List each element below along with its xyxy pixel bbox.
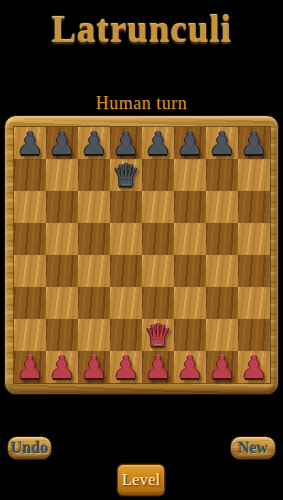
board-cell[interactable] (174, 319, 206, 351)
board-cell[interactable]: ♟ (174, 351, 206, 383)
black-soldier[interactable]: ♟ (208, 127, 236, 159)
board-cell[interactable] (174, 159, 206, 191)
red-soldier[interactable]: ♟ (208, 351, 236, 383)
board-cell[interactable] (142, 159, 174, 191)
board-cell[interactable] (174, 287, 206, 319)
board-cell[interactable] (174, 191, 206, 223)
red-soldier[interactable]: ♟ (240, 351, 268, 383)
board-cell[interactable]: ♟ (142, 127, 174, 159)
board-cell[interactable] (14, 287, 46, 319)
black-soldier[interactable]: ♟ (80, 127, 108, 159)
board-cell[interactable]: ♟ (78, 351, 110, 383)
black-dux[interactable]: ♛ (112, 159, 140, 191)
undo-button[interactable]: Undo (7, 436, 52, 460)
board-cell[interactable]: ♛ (110, 159, 142, 191)
board-cell[interactable]: ♟ (238, 127, 270, 159)
board-cell[interactable] (238, 255, 270, 287)
board-cell[interactable] (46, 223, 78, 255)
board-cell[interactable]: ♟ (14, 127, 46, 159)
board-cell[interactable] (142, 223, 174, 255)
game-board[interactable]: ♟♟♟♟♟♟♟♟♛♛♟♟♟♟♟♟♟♟ (14, 127, 270, 383)
red-soldier[interactable]: ♟ (112, 351, 140, 383)
board-cell[interactable] (46, 287, 78, 319)
board-cell[interactable] (206, 255, 238, 287)
board-cell[interactable]: ♟ (46, 127, 78, 159)
board-cell[interactable] (174, 223, 206, 255)
black-soldier[interactable]: ♟ (144, 127, 172, 159)
board-cell[interactable] (110, 223, 142, 255)
level-button[interactable]: Level (117, 464, 165, 496)
board-cell[interactable] (14, 319, 46, 351)
board-cell[interactable]: ♟ (110, 127, 142, 159)
board-cell[interactable] (238, 223, 270, 255)
board-frame: ♟♟♟♟♟♟♟♟♛♛♟♟♟♟♟♟♟♟ (4, 115, 279, 395)
board-cell[interactable] (78, 255, 110, 287)
board-cell[interactable] (110, 287, 142, 319)
board-cell[interactable]: ♟ (142, 351, 174, 383)
board-cell[interactable]: ♟ (110, 351, 142, 383)
board-cell[interactable]: ♟ (46, 351, 78, 383)
board-cell[interactable] (46, 191, 78, 223)
board-cell[interactable] (206, 223, 238, 255)
board-cell[interactable]: ♟ (206, 127, 238, 159)
app-title: Latrunculi (0, 4, 283, 54)
turn-status-text: Human turn (0, 92, 283, 114)
red-soldier[interactable]: ♟ (144, 351, 172, 383)
board-cell[interactable] (238, 319, 270, 351)
board-cell[interactable]: ♟ (238, 351, 270, 383)
black-soldier[interactable]: ♟ (16, 127, 44, 159)
board-cell[interactable]: ♟ (78, 127, 110, 159)
app-window: Latrunculi Human turn ♟♟♟♟♟♟♟♟♛♛♟♟♟♟♟♟♟♟… (0, 0, 283, 500)
board-cell[interactable] (78, 191, 110, 223)
board-cell[interactable] (78, 223, 110, 255)
board-cell[interactable] (110, 191, 142, 223)
board-cell[interactable] (14, 223, 46, 255)
board-cell[interactable] (238, 159, 270, 191)
red-soldier[interactable]: ♟ (16, 351, 44, 383)
board-cell[interactable]: ♟ (14, 351, 46, 383)
board-cell[interactable] (142, 191, 174, 223)
new-game-button[interactable]: New (230, 436, 276, 460)
red-soldier[interactable]: ♟ (176, 351, 204, 383)
board-cell[interactable] (110, 319, 142, 351)
board-cell[interactable] (206, 319, 238, 351)
board-cell[interactable] (206, 159, 238, 191)
black-soldier[interactable]: ♟ (240, 127, 268, 159)
board-cell[interactable] (78, 287, 110, 319)
board-cell[interactable] (238, 287, 270, 319)
board-cell[interactable]: ♟ (206, 351, 238, 383)
board-cell[interactable] (206, 191, 238, 223)
board-cell[interactable] (14, 159, 46, 191)
board-cell[interactable] (238, 191, 270, 223)
red-dux[interactable]: ♛ (144, 319, 172, 351)
board-cell[interactable]: ♛ (142, 319, 174, 351)
board-cell[interactable] (142, 255, 174, 287)
board-cell[interactable] (14, 255, 46, 287)
board-cell[interactable] (78, 319, 110, 351)
board-cell[interactable] (78, 159, 110, 191)
red-soldier[interactable]: ♟ (48, 351, 76, 383)
black-soldier[interactable]: ♟ (176, 127, 204, 159)
black-soldier[interactable]: ♟ (112, 127, 140, 159)
red-soldier[interactable]: ♟ (80, 351, 108, 383)
board-cell[interactable] (14, 191, 46, 223)
board-cell[interactable] (46, 255, 78, 287)
board-cell[interactable] (174, 255, 206, 287)
board-cell[interactable] (46, 319, 78, 351)
black-soldier[interactable]: ♟ (48, 127, 76, 159)
board-cell[interactable] (110, 255, 142, 287)
board-cell[interactable] (206, 287, 238, 319)
board-cell[interactable]: ♟ (174, 127, 206, 159)
board-cell[interactable] (142, 287, 174, 319)
board-cell[interactable] (46, 159, 78, 191)
